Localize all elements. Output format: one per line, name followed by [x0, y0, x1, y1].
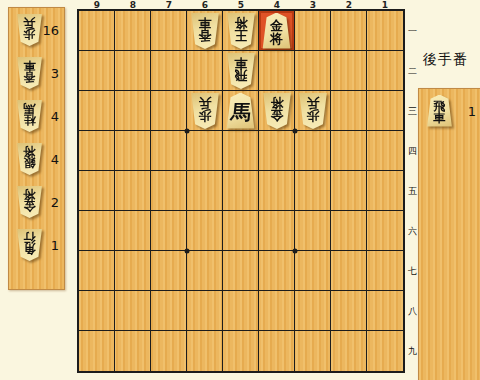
square-3-7[interactable] [295, 251, 331, 291]
square-4-2[interactable] [259, 51, 295, 91]
square-2-8[interactable] [331, 291, 367, 331]
piece-face: 金将 [262, 13, 292, 49]
piece-kanji: 馬 [230, 103, 252, 122]
hand-count-rook: 1 [468, 103, 476, 118]
square-5-1[interactable]: 王将 [223, 11, 259, 51]
hoshi-dot-3 [185, 249, 190, 254]
piece-kanji: 歩兵 [306, 96, 319, 121]
shogi-diagram-page: 987654321 歩兵16香車3桂馬4銀将4金将2角行1 香車王将金将飛車歩兵… [0, 0, 480, 380]
square-4-3[interactable]: 金将 [259, 91, 295, 131]
square-9-3[interactable] [79, 91, 115, 131]
piece-face: 馬 [226, 93, 256, 129]
square-6-7[interactable] [187, 251, 223, 291]
square-4-1[interactable]: 金将 [259, 11, 295, 51]
square-3-6[interactable] [295, 211, 331, 251]
piece-face: 飛車 [426, 95, 453, 127]
shogi-board: 香車王将金将飛車歩兵馬金将歩兵 [77, 9, 405, 373]
square-1-1[interactable] [367, 11, 403, 51]
sente-piece-rook[interactable]: 飛車 [426, 95, 453, 127]
square-2-5[interactable] [331, 171, 367, 211]
square-7-3[interactable] [151, 91, 187, 131]
square-7-6[interactable] [151, 211, 187, 251]
square-6-1[interactable]: 香車 [187, 11, 223, 51]
gote-piece-king[interactable]: 王将 [226, 13, 256, 49]
square-9-5[interactable] [79, 171, 115, 211]
hoshi-dot-2 [293, 129, 298, 134]
square-8-1[interactable] [115, 11, 151, 51]
gote-piece-pawn[interactable]: 歩兵 [16, 14, 43, 46]
hand-count-pawn: 16 [42, 22, 59, 37]
square-4-7[interactable] [259, 251, 295, 291]
square-8-6[interactable] [115, 211, 151, 251]
square-1-7[interactable] [367, 251, 403, 291]
square-6-2[interactable] [187, 51, 223, 91]
piece-kanji: 銀将 [24, 145, 36, 168]
piece-face: 金将 [262, 93, 292, 129]
gote-piece-gold[interactable]: 金将 [16, 186, 43, 218]
piece-face: 銀将 [16, 143, 43, 175]
square-6-9[interactable] [187, 331, 223, 371]
piece-kanji: 桂馬 [24, 102, 36, 125]
square-4-6[interactable] [259, 211, 295, 251]
square-9-1[interactable] [79, 11, 115, 51]
board-grid: 香車王将金将飛車歩兵馬金将歩兵 [79, 11, 403, 371]
square-8-5[interactable] [115, 171, 151, 211]
square-5-9[interactable] [223, 331, 259, 371]
square-1-2[interactable] [367, 51, 403, 91]
square-5-5[interactable] [223, 171, 259, 211]
piece-kanji: 香車 [24, 59, 36, 82]
square-8-3[interactable] [115, 91, 151, 131]
square-3-9[interactable] [295, 331, 331, 371]
sente-piece-gold[interactable]: 金将 [262, 13, 292, 49]
square-1-8[interactable] [367, 291, 403, 331]
square-3-2[interactable] [295, 51, 331, 91]
rank-label-2: 二 [406, 51, 419, 91]
square-1-9[interactable] [367, 331, 403, 371]
square-4-9[interactable] [259, 331, 295, 371]
gote-piece-lance[interactable]: 香車 [16, 57, 43, 89]
square-1-3[interactable] [367, 91, 403, 131]
piece-face: 歩兵 [190, 93, 220, 129]
gote-piece-pawn[interactable]: 歩兵 [298, 93, 328, 129]
hoshi-dot-1 [185, 129, 190, 134]
piece-kanji: 香車 [198, 16, 211, 41]
square-2-2[interactable] [331, 51, 367, 91]
square-5-3[interactable]: 馬 [223, 91, 259, 131]
square-2-7[interactable] [331, 251, 367, 291]
gote-piece-gold[interactable]: 金将 [262, 93, 292, 129]
square-2-9[interactable] [331, 331, 367, 371]
square-7-8[interactable] [151, 291, 187, 331]
square-7-9[interactable] [151, 331, 187, 371]
hoshi-dot-4 [293, 249, 298, 254]
rank-label-1: 一 [406, 11, 419, 51]
piece-face: 角行 [16, 229, 43, 261]
sente-hand-tray: 飛車1 [418, 88, 480, 380]
hand-row-silver: 銀将4 [9, 137, 64, 180]
square-5-6[interactable] [223, 211, 259, 251]
square-8-2[interactable] [115, 51, 151, 91]
square-3-8[interactable] [295, 291, 331, 331]
square-9-2[interactable] [79, 51, 115, 91]
gote-piece-lance[interactable]: 香車 [190, 13, 220, 49]
piece-kanji: 王将 [234, 16, 247, 41]
square-5-8[interactable] [223, 291, 259, 331]
piece-kanji: 金将 [270, 20, 283, 45]
gote-hand-tray: 歩兵16香車3桂馬4銀将4金将2角行1 [8, 7, 65, 290]
square-2-6[interactable] [331, 211, 367, 251]
hand-count-knight: 4 [51, 108, 59, 123]
gote-piece-bishop[interactable]: 角行 [16, 229, 43, 261]
square-1-6[interactable] [367, 211, 403, 251]
square-1-5[interactable] [367, 171, 403, 211]
square-5-7[interactable] [223, 251, 259, 291]
square-2-3[interactable] [331, 91, 367, 131]
square-9-6[interactable] [79, 211, 115, 251]
piece-kanji: 歩兵 [24, 16, 36, 39]
piece-kanji: 角行 [24, 231, 36, 254]
piece-face: 歩兵 [298, 93, 328, 129]
square-6-3[interactable]: 歩兵 [187, 91, 223, 131]
piece-kanji: 飛車 [434, 101, 446, 124]
square-9-7[interactable] [79, 251, 115, 291]
square-5-4[interactable] [223, 131, 259, 171]
piece-face: 飛車 [226, 53, 256, 89]
square-7-4[interactable] [151, 131, 187, 171]
square-4-4[interactable] [259, 131, 295, 171]
hand-row-bishop: 角行1 [9, 223, 64, 266]
square-9-8[interactable] [79, 291, 115, 331]
square-8-9[interactable] [115, 331, 151, 371]
square-8-7[interactable] [115, 251, 151, 291]
hand-count-silver: 4 [51, 151, 59, 166]
piece-kanji: 歩兵 [198, 96, 211, 121]
piece-kanji: 飛車 [234, 56, 247, 81]
square-1-4[interactable] [367, 131, 403, 171]
square-5-2[interactable]: 飛車 [223, 51, 259, 91]
piece-face: 桂馬 [16, 100, 43, 132]
square-7-1[interactable] [151, 11, 187, 51]
square-4-5[interactable] [259, 171, 295, 211]
gote-piece-knight[interactable]: 桂馬 [16, 100, 43, 132]
piece-face: 香車 [16, 57, 43, 89]
sente-piece-promoted-bishop[interactable]: 馬 [226, 93, 256, 129]
square-6-4[interactable] [187, 131, 223, 171]
square-3-3[interactable]: 歩兵 [295, 91, 331, 131]
piece-face: 歩兵 [16, 14, 43, 46]
hand-row-knight: 桂馬4 [9, 94, 64, 137]
square-6-5[interactable] [187, 171, 223, 211]
square-7-5[interactable] [151, 171, 187, 211]
square-7-2[interactable] [151, 51, 187, 91]
piece-face: 王将 [226, 13, 256, 49]
hand-row-gold: 金将2 [9, 180, 64, 223]
hand-count-lance: 3 [51, 65, 59, 80]
square-6-6[interactable] [187, 211, 223, 251]
piece-face: 金将 [16, 186, 43, 218]
hand-count-gold: 2 [51, 194, 59, 209]
hand-row-lance: 香車3 [9, 51, 64, 94]
hand-count-bishop: 1 [51, 237, 59, 252]
gote-piece-silver[interactable]: 銀将 [16, 143, 43, 175]
gote-piece-rook[interactable]: 飛車 [226, 53, 256, 89]
square-3-4[interactable] [295, 131, 331, 171]
square-8-4[interactable] [115, 131, 151, 171]
piece-face: 香車 [190, 13, 220, 49]
hand-row-pawn: 歩兵16 [9, 8, 64, 51]
square-8-8[interactable] [115, 291, 151, 331]
square-2-1[interactable] [331, 11, 367, 51]
gote-piece-pawn[interactable]: 歩兵 [190, 93, 220, 129]
turn-indicator: 後手番 [423, 51, 468, 69]
square-7-7[interactable] [151, 251, 187, 291]
square-9-4[interactable] [79, 131, 115, 171]
hand-row-rook: 飛車1 [419, 89, 480, 132]
square-3-1[interactable] [295, 11, 331, 51]
square-9-9[interactable] [79, 331, 115, 371]
piece-kanji: 金将 [270, 96, 283, 121]
square-4-8[interactable] [259, 291, 295, 331]
square-3-5[interactable] [295, 171, 331, 211]
square-6-8[interactable] [187, 291, 223, 331]
piece-kanji: 金将 [24, 188, 36, 211]
square-2-4[interactable] [331, 131, 367, 171]
